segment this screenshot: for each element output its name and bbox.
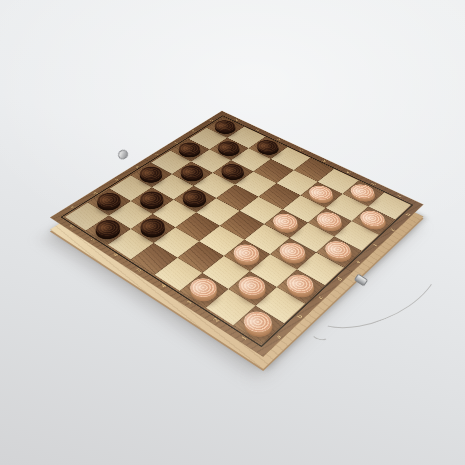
square-b2 xyxy=(228,271,276,306)
dark-checker-g7 xyxy=(214,139,244,156)
square-g1 xyxy=(352,206,396,234)
square-h5 xyxy=(271,147,311,170)
square-h1 xyxy=(368,192,410,219)
dark-checker-h6 xyxy=(253,138,282,155)
ranks-right: 87654321 xyxy=(224,114,415,205)
square-e8 xyxy=(151,151,191,175)
square-f7 xyxy=(191,149,231,172)
files-top: abcdefgh xyxy=(59,114,224,217)
square-d2 xyxy=(270,238,316,269)
square-h2 xyxy=(343,180,385,206)
square-h7 xyxy=(227,127,265,149)
product-photo-backdrop: abcdefgh abcdefgh 87654321 87654321 xyxy=(0,0,465,465)
dark-checker-f6 xyxy=(217,161,248,179)
square-a1 xyxy=(233,306,284,344)
file-label-bottom-g: g xyxy=(379,220,403,239)
file-label-top-d: d xyxy=(125,159,151,175)
square-e4 xyxy=(240,197,283,224)
dark-checker-b6 xyxy=(136,215,170,237)
rank-label-right-7: 7 xyxy=(245,123,271,136)
rank-label-right-2: 2 xyxy=(359,176,389,192)
square-f5 xyxy=(235,171,276,196)
square-c8 xyxy=(110,175,152,201)
square-c5 xyxy=(175,212,219,241)
square-d7 xyxy=(152,174,194,199)
file-label-top-b: b xyxy=(82,185,110,202)
rank-label-left-8: 8 xyxy=(58,217,86,235)
square-d6 xyxy=(174,186,217,213)
file-label-top-c: c xyxy=(104,172,131,188)
square-b1 xyxy=(256,287,305,323)
square-h3 xyxy=(318,169,359,194)
square-d5 xyxy=(196,198,239,226)
board-fold-seam xyxy=(144,159,353,273)
square-c6 xyxy=(153,200,197,228)
light-checker-h2 xyxy=(346,182,378,202)
square-b7 xyxy=(109,201,153,229)
file-label-bottom-a: a xyxy=(263,324,293,350)
square-g7 xyxy=(210,138,249,160)
square-d4 xyxy=(220,211,264,240)
square-b3 xyxy=(202,256,249,289)
square-a7 xyxy=(86,215,131,244)
square-f6 xyxy=(213,160,254,184)
square-a5 xyxy=(131,243,178,275)
rank-label-left-5: 5 xyxy=(124,260,155,280)
rank-label-left-2: 2 xyxy=(199,308,233,331)
light-checker-b2 xyxy=(233,273,270,299)
square-b8 xyxy=(88,189,131,216)
square-e3 xyxy=(264,209,308,238)
rank-label-right-3: 3 xyxy=(334,165,363,180)
dark-checker-f8 xyxy=(175,140,205,157)
square-d3 xyxy=(244,224,289,254)
square-g5 xyxy=(253,159,293,183)
square-f8 xyxy=(170,139,209,162)
rank-label-left-4: 4 xyxy=(148,275,180,296)
square-g2 xyxy=(326,194,369,221)
light-checker-a1 xyxy=(239,308,278,337)
square-e7 xyxy=(172,161,213,185)
rank-label-right-8: 8 xyxy=(224,114,249,127)
rank-label-right-5: 5 xyxy=(288,143,315,157)
square-a6 xyxy=(108,229,154,259)
rank-label-right-1: 1 xyxy=(385,188,416,204)
square-c2 xyxy=(250,254,297,287)
light-checker-e3 xyxy=(268,211,301,233)
light-checker-g1 xyxy=(356,208,389,229)
square-a3 xyxy=(180,273,229,308)
file-label-bottom-h: h xyxy=(396,205,419,223)
square-b4 xyxy=(177,241,223,273)
square-f4 xyxy=(258,183,300,209)
light-checker-d2 xyxy=(275,240,310,264)
ranks-left: 87654321 xyxy=(58,217,262,350)
rank-label-right-4: 4 xyxy=(311,154,339,169)
square-c4 xyxy=(199,226,244,256)
stray-fiber-small xyxy=(311,328,330,341)
board-side-rim xyxy=(0,12,465,465)
rank-label-left-3: 3 xyxy=(173,291,206,313)
square-g3 xyxy=(301,182,343,208)
square-h8 xyxy=(207,117,245,138)
square-b5 xyxy=(154,227,200,257)
dark-checker-d6 xyxy=(178,187,210,207)
file-label-top-e: e xyxy=(145,147,170,162)
dark-checker-b8 xyxy=(93,190,126,210)
rank-label-left-1: 1 xyxy=(226,326,261,351)
square-c7 xyxy=(131,187,174,214)
rank-label-left-7: 7 xyxy=(79,231,108,250)
square-e6 xyxy=(194,173,236,198)
rank-label-left-6: 6 xyxy=(101,245,131,265)
square-g6 xyxy=(231,148,271,171)
rank-label-right-6: 6 xyxy=(266,133,293,146)
square-a4 xyxy=(155,258,203,291)
square-b6 xyxy=(131,214,176,243)
square-e2 xyxy=(290,223,335,253)
square-f2 xyxy=(308,208,352,236)
file-label-top-h: h xyxy=(201,114,224,127)
dark-checker-e7 xyxy=(176,163,207,181)
light-checker-a3 xyxy=(185,275,222,301)
square-g8 xyxy=(189,128,227,150)
square-d8 xyxy=(131,163,172,188)
dark-checker-a7 xyxy=(91,217,125,239)
square-f3 xyxy=(283,195,326,222)
file-label-top-g: g xyxy=(183,125,206,139)
light-checker-f2 xyxy=(312,209,345,231)
square-a8 xyxy=(65,203,109,231)
board: abcdefgh abcdefgh 87654321 87654321 xyxy=(0,0,465,465)
square-h4 xyxy=(294,158,334,182)
square-e5 xyxy=(216,185,258,211)
light-checker-c3 xyxy=(229,241,264,265)
light-checker-g3 xyxy=(305,183,337,203)
stray-fiber-large xyxy=(291,222,451,346)
dark-checker-c7 xyxy=(136,189,168,209)
file-label-top-a: a xyxy=(59,199,88,217)
square-h6 xyxy=(249,137,288,159)
dark-checker-d8 xyxy=(135,164,166,183)
metal-hinge-icon xyxy=(116,148,129,161)
square-g4 xyxy=(277,170,318,195)
dark-checker-h8 xyxy=(211,118,240,134)
file-label-top-f: f xyxy=(164,136,188,151)
square-c3 xyxy=(224,240,270,271)
square-a2 xyxy=(206,289,256,325)
